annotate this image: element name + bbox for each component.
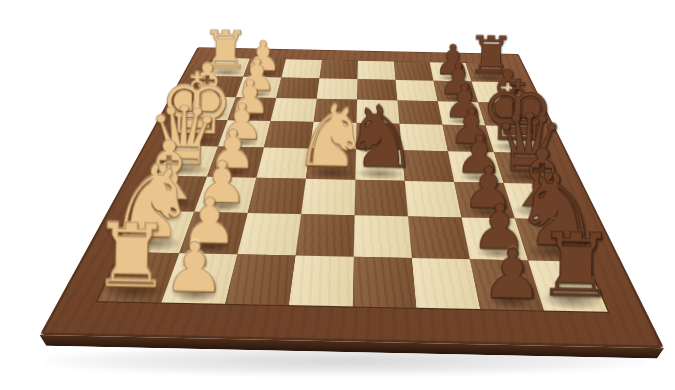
- chessboard-squares: ♜♟♟♜♟♟♝♟♟♝♚♟♟♚♛♟♞♞♟♛♝♟♟♝♞♟♟♞♜♟♟♜: [98, 58, 608, 312]
- square-h4: [319, 60, 357, 79]
- square-h3: [281, 59, 321, 78]
- square-a4: [289, 256, 354, 307]
- square-h6: [394, 62, 434, 81]
- square-c3: [248, 178, 306, 214]
- square-a3: [225, 254, 295, 305]
- black-rook-a8[interactable]: ♜: [535, 224, 616, 310]
- square-h5: [357, 61, 395, 80]
- square-c6: [405, 181, 462, 218]
- chessboard-frame: ♜♟♟♜♟♟♝♟♟♝♚♟♟♚♛♟♞♞♟♛♝♟♟♝♞♟♟♞♜♟♟♜: [40, 47, 665, 348]
- square-d5: ♞: [355, 149, 404, 180]
- square-c5: [355, 180, 408, 216]
- black-knight-d5[interactable]: ♞: [342, 97, 421, 180]
- board-tilt-wrapper: ♜♟♟♜♟♟♝♟♟♝♚♟♟♚♛♟♞♞♟♛♝♟♟♝♞♟♟♞♜♟♟♜: [0, 0, 675, 390]
- square-b3: [237, 213, 301, 256]
- square-a7: ♟: [470, 259, 544, 310]
- chess-set-photo: ♜♟♟♜♟♟♝♟♟♝♚♟♟♚♛♟♞♞♟♛♝♟♟♝♞♟♟♞♜♟♟♜: [0, 0, 675, 390]
- board-floor-shadow: [45, 346, 645, 376]
- white-rook-a1[interactable]: ♜: [91, 215, 172, 301]
- white-pawn-a2[interactable]: ♟: [163, 235, 226, 302]
- square-a5: [353, 257, 417, 308]
- square-c4: [301, 179, 355, 215]
- square-b4: [296, 214, 355, 257]
- square-b5: [354, 215, 412, 258]
- perspective-container: ♜♟♟♜♟♟♝♟♟♝♚♟♟♚♛♟♞♞♟♛♝♟♟♝♞♟♟♞♜♟♟♜: [140, 0, 573, 366]
- square-a6: [412, 258, 480, 309]
- chessboard: ♜♟♟♜♟♟♝♟♟♝♚♟♟♚♛♟♞♞♟♛♝♟♟♝♞♟♟♞♜♟♟♜: [40, 47, 665, 348]
- black-pawn-a7[interactable]: ♟: [481, 241, 544, 308]
- square-b6: [408, 216, 470, 259]
